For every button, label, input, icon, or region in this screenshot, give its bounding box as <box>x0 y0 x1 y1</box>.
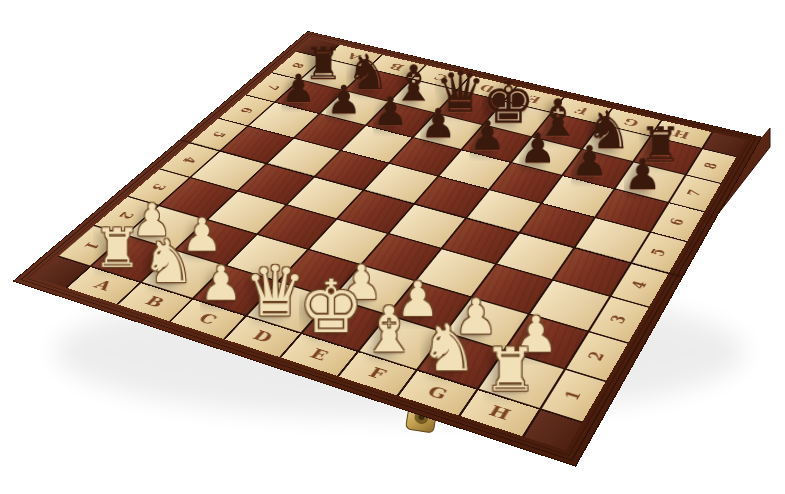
square-a8[interactable]: ♜ <box>301 59 366 90</box>
black-pawn-b7[interactable]: ♟ <box>326 82 361 118</box>
square-h8[interactable]: ♜ <box>634 137 701 174</box>
square-f5[interactable] <box>467 190 540 232</box>
square-c8[interactable]: ♝ <box>390 80 456 113</box>
square-e7[interactable]: ♟ <box>463 125 531 161</box>
rank-number: 5 <box>650 247 670 257</box>
frame-corner <box>297 38 338 57</box>
square-b5[interactable] <box>268 139 340 176</box>
square-h7[interactable]: ♟ <box>616 162 685 201</box>
file-letter: H <box>671 128 691 139</box>
square-c7[interactable]: ♟ <box>367 102 435 137</box>
square-b6[interactable] <box>295 114 364 149</box>
black-pawn-g7[interactable]: ♟ <box>570 143 608 182</box>
rank-number: 1 <box>563 389 586 402</box>
left-rank-label-8: 8 <box>272 52 323 79</box>
file-letter: D <box>478 83 497 93</box>
file-letter: B <box>388 62 407 72</box>
rank-number: 8 <box>289 62 306 69</box>
square-d7[interactable]: ♟ <box>414 114 482 149</box>
black-pawn-a7[interactable]: ♟ <box>280 71 315 107</box>
black-bishop-f8[interactable]: ♝ <box>534 95 580 142</box>
square-c6[interactable] <box>342 126 412 162</box>
right-rank-label-7: 7 <box>670 176 721 212</box>
black-pawn-f7[interactable]: ♟ <box>519 130 556 168</box>
rank-number: 4 <box>630 279 650 290</box>
square-f7[interactable]: ♟ <box>512 137 580 174</box>
white-knight-b1[interactable]: ♞ <box>141 234 194 289</box>
black-knight-g8[interactable]: ♞ <box>584 106 631 154</box>
square-g7[interactable]: ♟ <box>563 150 631 188</box>
file-letter: E <box>525 94 543 104</box>
square-a7[interactable]: ♟ <box>276 80 343 113</box>
far-file-label-d: D <box>458 76 515 101</box>
file-letter: E <box>307 347 331 363</box>
square-e6[interactable] <box>440 150 510 188</box>
left-rank-label-4: 4 <box>160 143 218 176</box>
file-letter: G <box>622 117 641 128</box>
rank-number: 6 <box>668 217 687 227</box>
right-rank-label-1: 1 <box>542 370 606 422</box>
far-file-label-f: F <box>553 98 611 124</box>
square-b7[interactable]: ♟ <box>321 91 388 125</box>
left-rank-label-7: 7 <box>247 73 299 102</box>
white-bishop-f1[interactable]: ♝ <box>360 301 417 359</box>
square-d6[interactable] <box>390 138 460 175</box>
file-letter: A <box>91 278 115 293</box>
black-bishop-c8[interactable]: ♝ <box>391 61 436 107</box>
square-b8[interactable]: ♞ <box>345 69 410 101</box>
rank-number: 5 <box>210 130 228 138</box>
white-knight-g1[interactable]: ♞ <box>419 319 477 378</box>
square-e8[interactable]: ♚ <box>484 102 550 136</box>
black-queen-d8[interactable]: ♛ <box>435 66 486 118</box>
file-letter: C <box>196 311 220 327</box>
rank-number: 8 <box>703 161 721 170</box>
square-f6[interactable] <box>490 163 560 202</box>
rank-number: 7 <box>686 188 705 197</box>
right-rank-label-5: 5 <box>632 233 686 273</box>
black-pawn-d7[interactable]: ♟ <box>420 106 456 143</box>
black-rook-a8[interactable]: ♜ <box>303 44 343 85</box>
far-file-label-b: B <box>369 55 425 79</box>
far-file-label-g: G <box>602 109 661 136</box>
file-letter: A <box>344 52 362 61</box>
rank-number: 6 <box>238 106 256 114</box>
white-queen-d1[interactable]: ♛ <box>244 259 306 323</box>
square-a6[interactable] <box>249 103 318 138</box>
rank-number: 4 <box>180 155 199 164</box>
black-pawn-c7[interactable]: ♟ <box>372 94 408 131</box>
square-a4[interactable] <box>191 152 265 190</box>
far-file-label-c: C <box>413 65 470 89</box>
rank-number: 7 <box>264 83 281 90</box>
far-file-label-a: A <box>325 45 381 68</box>
board-3d-scene: ABCDEFGH8♜♞♝♛♚♝♞♜87♟♟♟♟♟♟♟♟7665544332♟♟♟… <box>0 0 785 494</box>
square-g8[interactable]: ♞ <box>583 125 649 161</box>
square-d5[interactable] <box>365 164 437 203</box>
file-letter: C <box>432 72 450 82</box>
black-pawn-e7[interactable]: ♟ <box>468 118 505 156</box>
far-file-label-h: H <box>652 120 712 147</box>
rank-number: 3 <box>609 313 630 325</box>
file-letter: F <box>366 365 389 382</box>
white-rook-a1[interactable]: ♜ <box>93 224 141 273</box>
frame-corner <box>703 132 746 156</box>
file-letter: H <box>486 403 513 422</box>
black-knight-b8[interactable]: ♞ <box>345 50 389 95</box>
square-a5[interactable] <box>221 127 292 163</box>
square-d8[interactable]: ♛ <box>437 91 503 125</box>
black-king-e8[interactable]: ♚ <box>481 75 534 130</box>
far-file-label-e: E <box>505 86 563 111</box>
square-f8[interactable]: ♝ <box>533 113 599 148</box>
black-pawn-h7[interactable]: ♟ <box>623 156 661 195</box>
product-photo-stage: ABCDEFGH8♜♞♝♛♚♝♞♜87♟♟♟♟♟♟♟♟7665544332♟♟♟… <box>0 0 785 494</box>
file-letter: G <box>425 384 451 402</box>
file-letter: B <box>142 294 167 309</box>
file-letter: D <box>250 328 276 344</box>
left-rank-label-5: 5 <box>191 119 247 151</box>
rank-number: 2 <box>587 350 609 363</box>
white-pawn-c1[interactable]: ♟ <box>199 262 241 306</box>
square-b4[interactable] <box>239 164 313 204</box>
left-rank-label-6: 6 <box>219 95 273 125</box>
chess-board: ABCDEFGH8♜♞♝♛♚♝♞♜87♟♟♟♟♟♟♟♟7665544332♟♟♟… <box>14 32 761 466</box>
white-rook-h1[interactable]: ♜ <box>483 343 536 398</box>
square-c4[interactable] <box>288 178 362 219</box>
square-c5[interactable] <box>316 151 388 189</box>
file-letter: F <box>574 105 591 115</box>
right-rank-label-8: 8 <box>687 149 736 183</box>
board-grid: ABCDEFGH8♜♞♝♛♚♝♞♜87♟♟♟♟♟♟♟♟7665544332♟♟♟… <box>34 38 746 450</box>
rank-number: 3 <box>149 182 168 191</box>
white-king-e1[interactable]: ♚ <box>298 274 363 341</box>
black-rook-h8[interactable]: ♜ <box>638 123 681 167</box>
